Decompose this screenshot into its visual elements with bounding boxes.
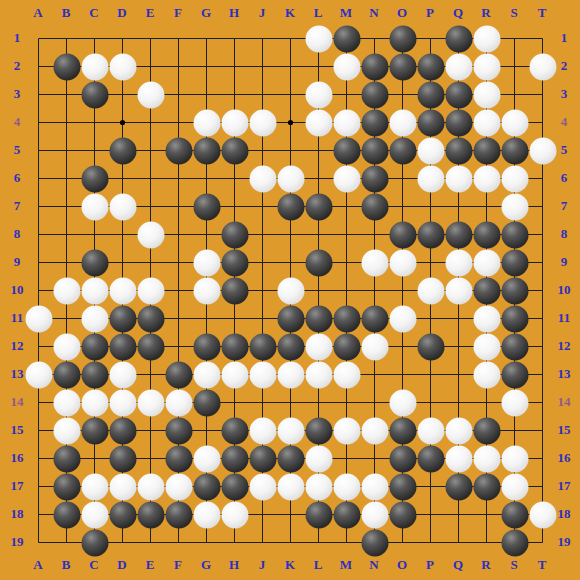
column-label: K [276,4,304,22]
row-label: 6 [4,169,30,187]
black-stone [221,417,248,444]
black-stone [445,221,472,248]
row-label: 17 [551,477,577,495]
column-label: D [108,556,136,574]
white-stone [473,249,500,276]
white-stone [529,501,556,528]
white-stone [361,249,388,276]
black-stone [473,221,500,248]
black-stone [501,137,528,164]
white-stone [501,473,528,500]
white-stone [333,53,360,80]
row-label: 16 [551,449,577,467]
black-stone [81,361,108,388]
white-stone [389,389,416,416]
black-stone [361,529,388,556]
row-label: 4 [551,113,577,131]
black-stone [305,193,332,220]
row-label: 14 [551,393,577,411]
black-stone [417,109,444,136]
column-label: G [192,4,220,22]
black-stone [53,53,80,80]
white-stone [165,473,192,500]
black-stone [473,417,500,444]
white-stone [333,473,360,500]
row-label: 12 [551,337,577,355]
black-stone [81,529,108,556]
white-stone [25,361,52,388]
black-stone [501,529,528,556]
white-stone [53,277,80,304]
black-stone [277,445,304,472]
white-stone [361,501,388,528]
white-stone [417,417,444,444]
black-stone [81,417,108,444]
white-stone [249,165,276,192]
black-stone [501,305,528,332]
white-stone [53,417,80,444]
white-stone [473,165,500,192]
row-label: 9 [551,253,577,271]
white-stone [193,277,220,304]
column-label: A [24,556,52,574]
white-stone [277,417,304,444]
white-stone [277,361,304,388]
column-label: N [360,4,388,22]
white-stone [25,305,52,332]
black-stone [221,249,248,276]
black-stone [361,165,388,192]
black-stone [165,137,192,164]
black-stone [277,305,304,332]
black-stone [333,501,360,528]
go-board[interactable] [38,38,543,543]
column-label: O [388,556,416,574]
column-label: S [500,4,528,22]
row-label: 12 [4,337,30,355]
white-stone [417,137,444,164]
black-stone [417,221,444,248]
black-stone [473,277,500,304]
black-stone [417,81,444,108]
black-stone [445,137,472,164]
black-stone [221,445,248,472]
black-stone [389,473,416,500]
white-stone [501,445,528,472]
white-stone [165,389,192,416]
white-stone [529,53,556,80]
black-stone [221,333,248,360]
black-stone [277,333,304,360]
white-stone [249,473,276,500]
black-stone [389,25,416,52]
column-label: D [108,4,136,22]
row-label: 8 [4,225,30,243]
row-label: 11 [551,309,577,327]
white-stone [53,333,80,360]
row-label: 8 [551,225,577,243]
black-stone [333,25,360,52]
row-label: 9 [4,253,30,271]
white-stone [445,417,472,444]
white-stone [137,389,164,416]
black-stone [361,305,388,332]
white-stone [53,389,80,416]
black-stone [445,109,472,136]
black-stone [137,501,164,528]
row-label: 1 [551,29,577,47]
black-stone [221,473,248,500]
black-stone [361,193,388,220]
white-stone [501,193,528,220]
column-label: C [80,556,108,574]
white-stone [137,81,164,108]
black-stone [165,361,192,388]
white-stone [333,361,360,388]
black-stone [445,81,472,108]
row-label: 10 [551,281,577,299]
black-stone [221,137,248,164]
white-stone [389,305,416,332]
black-stone [53,473,80,500]
black-stone [473,473,500,500]
row-label: 17 [4,477,30,495]
row-label: 16 [4,449,30,467]
column-label: C [80,4,108,22]
column-label: E [136,4,164,22]
star-point [288,120,293,125]
white-stone [473,53,500,80]
black-stone [501,501,528,528]
black-stone [333,137,360,164]
white-stone [109,473,136,500]
black-stone [81,333,108,360]
white-stone [529,137,556,164]
black-stone [361,81,388,108]
black-stone [389,53,416,80]
white-stone [305,81,332,108]
black-stone [305,417,332,444]
white-stone [81,501,108,528]
column-label: M [332,556,360,574]
white-stone [305,361,332,388]
column-label: J [248,4,276,22]
white-stone [277,277,304,304]
white-stone [333,109,360,136]
black-stone [165,445,192,472]
row-label: 3 [551,85,577,103]
black-stone [473,137,500,164]
black-stone [165,417,192,444]
black-stone [221,221,248,248]
white-stone [221,361,248,388]
row-label: 3 [4,85,30,103]
white-stone [445,165,472,192]
column-label: M [332,4,360,22]
row-label: 2 [4,57,30,75]
row-label: 6 [551,169,577,187]
column-label: O [388,4,416,22]
white-stone [81,305,108,332]
black-stone [109,501,136,528]
black-stone [81,249,108,276]
white-stone [277,473,304,500]
white-stone [361,417,388,444]
white-stone [473,81,500,108]
row-label: 1 [4,29,30,47]
black-stone [389,417,416,444]
white-stone [445,445,472,472]
black-stone [109,333,136,360]
black-stone [361,109,388,136]
column-label: F [164,556,192,574]
white-stone [333,165,360,192]
black-stone [193,137,220,164]
white-stone [389,249,416,276]
white-stone [305,473,332,500]
column-label: L [304,4,332,22]
black-stone [501,333,528,360]
white-stone [445,53,472,80]
row-label: 7 [551,197,577,215]
black-stone [389,501,416,528]
star-point [120,120,125,125]
white-stone [473,25,500,52]
row-label: 10 [4,281,30,299]
row-label: 7 [4,197,30,215]
white-stone [193,249,220,276]
black-stone [361,137,388,164]
column-label: Q [444,556,472,574]
column-label: R [472,4,500,22]
column-label: B [52,4,80,22]
black-stone [389,221,416,248]
black-stone [137,305,164,332]
white-stone [361,333,388,360]
column-label: H [220,4,248,22]
white-stone [109,361,136,388]
white-stone [81,193,108,220]
row-label: 15 [551,421,577,439]
black-stone [193,193,220,220]
black-stone [361,53,388,80]
white-stone [417,165,444,192]
row-label: 5 [4,141,30,159]
black-stone [81,165,108,192]
white-stone [193,501,220,528]
white-stone [249,417,276,444]
white-stone [305,333,332,360]
goban-screenshot: ABCDEFGHJKLMNOPQRST ABCDEFGHJKLMNOPQRST … [0,0,580,580]
white-stone [137,473,164,500]
row-label: 13 [551,365,577,383]
column-label: E [136,556,164,574]
white-stone [473,361,500,388]
black-stone [389,445,416,472]
row-label: 19 [4,533,30,551]
white-stone [109,277,136,304]
black-stone [305,249,332,276]
column-label: N [360,556,388,574]
black-stone [249,445,276,472]
white-stone [501,165,528,192]
white-stone [193,445,220,472]
white-stone [305,109,332,136]
column-label: Q [444,4,472,22]
black-stone [53,501,80,528]
white-stone [473,305,500,332]
black-stone [333,333,360,360]
white-stone [193,109,220,136]
column-label: F [164,4,192,22]
white-stone [221,109,248,136]
white-stone [473,445,500,472]
column-label: B [52,556,80,574]
black-stone [193,473,220,500]
white-stone [473,333,500,360]
white-stone [81,389,108,416]
black-stone [501,277,528,304]
black-stone [109,417,136,444]
white-stone [333,417,360,444]
white-stone [249,109,276,136]
white-stone [445,277,472,304]
black-stone [81,81,108,108]
white-stone [473,109,500,136]
white-stone [221,501,248,528]
black-stone [417,333,444,360]
row-label: 14 [4,393,30,411]
black-stone [501,361,528,388]
black-stone [417,445,444,472]
row-label: 15 [4,421,30,439]
white-stone [109,53,136,80]
black-stone [109,137,136,164]
white-stone [81,277,108,304]
black-stone [277,193,304,220]
white-stone [137,221,164,248]
column-label: R [472,556,500,574]
black-stone [501,221,528,248]
black-stone [165,501,192,528]
black-stone [193,333,220,360]
column-label: P [416,4,444,22]
black-stone [417,53,444,80]
black-stone [109,305,136,332]
black-stone [109,445,136,472]
column-label: H [220,556,248,574]
column-label: K [276,556,304,574]
column-label: T [528,4,556,22]
row-label: 4 [4,113,30,131]
black-stone [193,389,220,416]
white-stone [389,109,416,136]
white-stone [81,473,108,500]
white-stone [109,389,136,416]
black-stone [445,25,472,52]
black-stone [137,333,164,360]
white-stone [305,25,332,52]
white-stone [361,473,388,500]
white-stone [109,193,136,220]
column-label: J [248,556,276,574]
black-stone [305,305,332,332]
black-stone [305,501,332,528]
white-stone [81,53,108,80]
column-label: G [192,556,220,574]
row-label: 19 [551,533,577,551]
column-label: L [304,556,332,574]
column-label: S [500,556,528,574]
black-stone [249,333,276,360]
column-label: A [24,4,52,22]
black-stone [221,277,248,304]
black-stone [445,473,472,500]
column-label: P [416,556,444,574]
white-stone [417,277,444,304]
white-stone [249,361,276,388]
white-stone [277,165,304,192]
black-stone [501,249,528,276]
white-stone [445,249,472,276]
column-label: T [528,556,556,574]
white-stone [193,361,220,388]
white-stone [501,389,528,416]
black-stone [333,305,360,332]
white-stone [305,445,332,472]
black-stone [53,445,80,472]
white-stone [501,109,528,136]
black-stone [389,137,416,164]
row-label: 18 [4,505,30,523]
black-stone [53,361,80,388]
white-stone [137,277,164,304]
